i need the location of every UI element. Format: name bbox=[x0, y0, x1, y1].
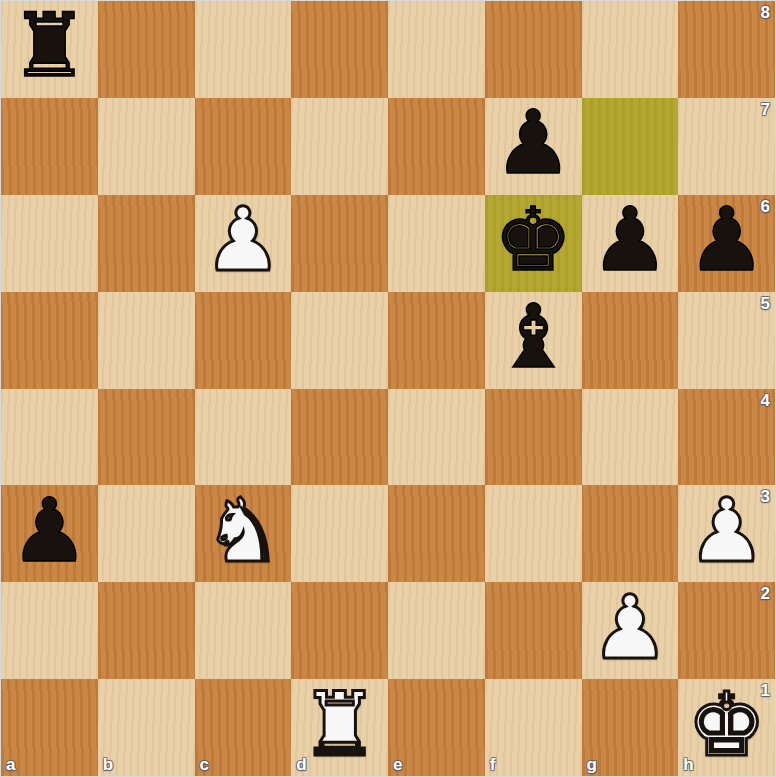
square-b2[interactable] bbox=[98, 582, 195, 679]
square-e6[interactable] bbox=[388, 195, 485, 292]
file-label-h: h bbox=[683, 755, 693, 775]
rank-label-4: 4 bbox=[761, 391, 770, 411]
black-pawn[interactable]: ♟ bbox=[494, 99, 573, 187]
square-h2[interactable]: 2 bbox=[678, 582, 775, 679]
rank-label-8: 8 bbox=[761, 3, 770, 23]
black-pawn[interactable]: ♟ bbox=[687, 196, 766, 284]
file-label-d: d bbox=[296, 755, 306, 775]
square-b1[interactable]: b bbox=[98, 679, 195, 776]
file-label-a: a bbox=[6, 755, 15, 775]
square-a4[interactable] bbox=[1, 389, 98, 486]
square-h4[interactable]: 4 bbox=[678, 389, 775, 486]
square-h8[interactable]: 8 bbox=[678, 1, 775, 98]
square-c3[interactable]: ♞ bbox=[195, 485, 292, 582]
rank-label-1: 1 bbox=[761, 681, 770, 701]
square-a8[interactable]: ♜ bbox=[1, 1, 98, 98]
square-g4[interactable] bbox=[582, 389, 679, 486]
black-bishop[interactable]: ♝ bbox=[494, 293, 573, 381]
square-c1[interactable]: c bbox=[195, 679, 292, 776]
square-a3[interactable]: ♟ bbox=[1, 485, 98, 582]
square-c2[interactable] bbox=[195, 582, 292, 679]
square-g7[interactable] bbox=[582, 98, 679, 195]
square-a6[interactable] bbox=[1, 195, 98, 292]
square-a2[interactable] bbox=[1, 582, 98, 679]
file-label-g: g bbox=[587, 755, 597, 775]
square-c7[interactable] bbox=[195, 98, 292, 195]
square-d3[interactable] bbox=[291, 485, 388, 582]
square-d4[interactable] bbox=[291, 389, 388, 486]
square-d1[interactable]: ♜d bbox=[291, 679, 388, 776]
square-a5[interactable] bbox=[1, 292, 98, 389]
file-label-b: b bbox=[103, 755, 113, 775]
square-h1[interactable]: ♚1h bbox=[678, 679, 775, 776]
square-f5[interactable]: ♝ bbox=[485, 292, 582, 389]
square-h7[interactable]: 7 bbox=[678, 98, 775, 195]
square-g8[interactable] bbox=[582, 1, 679, 98]
square-h5[interactable]: 5 bbox=[678, 292, 775, 389]
square-d6[interactable] bbox=[291, 195, 388, 292]
white-pawn[interactable]: ♟ bbox=[590, 584, 669, 672]
square-b3[interactable] bbox=[98, 485, 195, 582]
square-e1[interactable]: e bbox=[388, 679, 485, 776]
chess-board: ♜8♟7♟♚♟♟6♝54♟♞♟3♟2abc♜defg♚1h bbox=[0, 0, 776, 777]
square-b8[interactable] bbox=[98, 1, 195, 98]
square-g1[interactable]: g bbox=[582, 679, 679, 776]
square-b6[interactable] bbox=[98, 195, 195, 292]
square-d8[interactable] bbox=[291, 1, 388, 98]
white-rook[interactable]: ♜ bbox=[300, 681, 379, 769]
square-e3[interactable] bbox=[388, 485, 485, 582]
square-c8[interactable] bbox=[195, 1, 292, 98]
white-king[interactable]: ♚ bbox=[687, 681, 766, 769]
square-a7[interactable] bbox=[1, 98, 98, 195]
square-e5[interactable] bbox=[388, 292, 485, 389]
white-knight[interactable]: ♞ bbox=[203, 487, 282, 575]
square-e8[interactable] bbox=[388, 1, 485, 98]
rank-label-5: 5 bbox=[761, 294, 770, 314]
square-d7[interactable] bbox=[291, 98, 388, 195]
square-f2[interactable] bbox=[485, 582, 582, 679]
square-h3[interactable]: ♟3 bbox=[678, 485, 775, 582]
square-f1[interactable]: f bbox=[485, 679, 582, 776]
black-king[interactable]: ♚ bbox=[494, 196, 573, 284]
black-rook[interactable]: ♜ bbox=[10, 2, 89, 90]
square-f6[interactable]: ♚ bbox=[485, 195, 582, 292]
square-f8[interactable] bbox=[485, 1, 582, 98]
square-e4[interactable] bbox=[388, 389, 485, 486]
square-e7[interactable] bbox=[388, 98, 485, 195]
square-g2[interactable]: ♟ bbox=[582, 582, 679, 679]
square-b5[interactable] bbox=[98, 292, 195, 389]
rank-label-3: 3 bbox=[761, 487, 770, 507]
white-pawn[interactable]: ♟ bbox=[687, 487, 766, 575]
square-c6[interactable]: ♟ bbox=[195, 195, 292, 292]
file-label-c: c bbox=[200, 755, 209, 775]
square-f4[interactable] bbox=[485, 389, 582, 486]
square-f3[interactable] bbox=[485, 485, 582, 582]
square-b7[interactable] bbox=[98, 98, 195, 195]
rank-label-6: 6 bbox=[761, 197, 770, 217]
square-c5[interactable] bbox=[195, 292, 292, 389]
file-label-e: e bbox=[393, 755, 402, 775]
square-a1[interactable]: a bbox=[1, 679, 98, 776]
square-d5[interactable] bbox=[291, 292, 388, 389]
black-pawn[interactable]: ♟ bbox=[590, 196, 669, 284]
square-g5[interactable] bbox=[582, 292, 679, 389]
square-h6[interactable]: ♟6 bbox=[678, 195, 775, 292]
square-g3[interactable] bbox=[582, 485, 679, 582]
square-g6[interactable]: ♟ bbox=[582, 195, 679, 292]
square-f7[interactable]: ♟ bbox=[485, 98, 582, 195]
rank-label-7: 7 bbox=[761, 100, 770, 120]
rank-label-2: 2 bbox=[761, 584, 770, 604]
square-e2[interactable] bbox=[388, 582, 485, 679]
square-c4[interactable] bbox=[195, 389, 292, 486]
square-d2[interactable] bbox=[291, 582, 388, 679]
white-pawn[interactable]: ♟ bbox=[203, 196, 282, 284]
black-pawn[interactable]: ♟ bbox=[10, 487, 89, 575]
square-b4[interactable] bbox=[98, 389, 195, 486]
file-label-f: f bbox=[490, 755, 496, 775]
